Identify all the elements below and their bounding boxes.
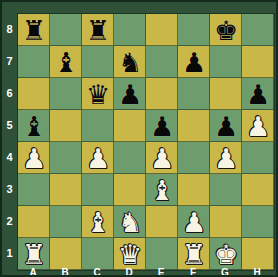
square-b7[interactable]: ♝: [50, 46, 82, 78]
square-b5[interactable]: [50, 110, 82, 142]
square-f8[interactable]: [178, 14, 210, 46]
file-label-g: G: [209, 268, 241, 277]
square-g2[interactable]: [210, 206, 242, 238]
square-c2[interactable]: ♝: [82, 206, 114, 238]
square-b8[interactable]: [50, 14, 82, 46]
square-g3[interactable]: [210, 174, 242, 206]
file-label-h: H: [241, 268, 273, 277]
square-b3[interactable]: [50, 174, 82, 206]
square-g8[interactable]: ♚: [210, 14, 242, 46]
rank-label-4: 4: [2, 141, 17, 173]
square-f3[interactable]: [178, 174, 210, 206]
rank-label-6: 6: [2, 77, 17, 109]
white-rook-icon: ♜: [22, 239, 46, 270]
white-queen-icon: ♛: [118, 239, 142, 270]
square-b4[interactable]: [50, 142, 82, 174]
square-h8[interactable]: [242, 14, 274, 46]
square-c4[interactable]: ♟: [82, 142, 114, 174]
rank-label-1: 1: [2, 237, 17, 269]
square-d5[interactable]: [114, 110, 146, 142]
black-pawn-icon: ♟: [182, 47, 206, 78]
file-label-c: C: [81, 268, 113, 277]
square-h4[interactable]: [242, 142, 274, 174]
square-f7[interactable]: ♟: [178, 46, 210, 78]
black-bishop-icon: ♝: [22, 111, 46, 142]
black-queen-icon: ♛: [86, 79, 110, 110]
square-b6[interactable]: [50, 78, 82, 110]
square-e7[interactable]: [146, 46, 178, 78]
file-label-b: B: [49, 268, 81, 277]
white-knight-icon: ♞: [118, 207, 142, 238]
black-knight-icon: ♞: [118, 47, 142, 78]
square-g4[interactable]: ♟: [210, 142, 242, 174]
square-h1[interactable]: [242, 238, 274, 270]
file-label-e: E: [145, 268, 177, 277]
square-g1[interactable]: ♚: [210, 238, 242, 270]
rank-label-5: 5: [2, 109, 17, 141]
square-d3[interactable]: [114, 174, 146, 206]
square-f4[interactable]: [178, 142, 210, 174]
square-c3[interactable]: [82, 174, 114, 206]
square-e5[interactable]: ♟: [146, 110, 178, 142]
white-pawn-icon: ♟: [214, 143, 238, 174]
file-labels: ABCDEFGH: [17, 268, 273, 277]
square-e4[interactable]: ♟: [146, 142, 178, 174]
square-b1[interactable]: [50, 238, 82, 270]
square-e3[interactable]: ♝: [146, 174, 178, 206]
white-rook-icon: ♜: [182, 239, 206, 270]
white-pawn-icon: ♟: [182, 207, 206, 238]
square-c6[interactable]: ♛: [82, 78, 114, 110]
square-a6[interactable]: [18, 78, 50, 110]
square-d4[interactable]: [114, 142, 146, 174]
white-bishop-icon: ♝: [86, 207, 110, 238]
white-bishop-icon: ♝: [150, 175, 174, 206]
square-e1[interactable]: [146, 238, 178, 270]
file-label-f: F: [177, 268, 209, 277]
rank-label-2: 2: [2, 205, 17, 237]
file-label-a: A: [17, 268, 49, 277]
rank-label-8: 8: [2, 13, 17, 45]
square-h6[interactable]: ♟: [242, 78, 274, 110]
square-c8[interactable]: ♜: [82, 14, 114, 46]
square-g6[interactable]: [210, 78, 242, 110]
black-bishop-icon: ♝: [54, 47, 78, 78]
white-pawn-icon: ♟: [246, 111, 270, 142]
square-g7[interactable]: [210, 46, 242, 78]
square-d6[interactable]: ♟: [114, 78, 146, 110]
square-b2[interactable]: [50, 206, 82, 238]
black-rook-icon: ♜: [22, 15, 46, 46]
white-pawn-icon: ♟: [22, 143, 46, 174]
square-h3[interactable]: [242, 174, 274, 206]
black-pawn-icon: ♟: [246, 79, 270, 110]
square-f5[interactable]: [178, 110, 210, 142]
square-e2[interactable]: [146, 206, 178, 238]
white-pawn-icon: ♟: [150, 143, 174, 174]
square-f2[interactable]: ♟: [178, 206, 210, 238]
square-d7[interactable]: ♞: [114, 46, 146, 78]
file-label-d: D: [113, 268, 145, 277]
chess-board-window: 87654321 ♜♜♚♝♞♟♛♟♟♝♟♟♟♟♟♟♟♝♝♞♟♜♛♜♚ ABCDE…: [0, 0, 278, 277]
square-d8[interactable]: [114, 14, 146, 46]
square-e8[interactable]: [146, 14, 178, 46]
chess-board: ♜♜♚♝♞♟♛♟♟♝♟♟♟♟♟♟♟♝♝♞♟♜♛♜♚: [17, 13, 275, 271]
square-g5[interactable]: ♟: [210, 110, 242, 142]
square-f6[interactable]: [178, 78, 210, 110]
black-pawn-icon: ♟: [214, 111, 238, 142]
square-h7[interactable]: [242, 46, 274, 78]
white-king-icon: ♚: [214, 239, 238, 270]
square-f1[interactable]: ♜: [178, 238, 210, 270]
square-a1[interactable]: ♜: [18, 238, 50, 270]
square-h2[interactable]: [242, 206, 274, 238]
square-d1[interactable]: ♛: [114, 238, 146, 270]
square-a5[interactable]: ♝: [18, 110, 50, 142]
black-pawn-icon: ♟: [118, 79, 142, 110]
square-a4[interactable]: ♟: [18, 142, 50, 174]
square-c1[interactable]: [82, 238, 114, 270]
black-king-icon: ♚: [214, 15, 238, 46]
square-d2[interactable]: ♞: [114, 206, 146, 238]
white-pawn-icon: ♟: [86, 143, 110, 174]
square-a7[interactable]: [18, 46, 50, 78]
square-a2[interactable]: [18, 206, 50, 238]
rank-label-7: 7: [2, 45, 17, 77]
square-a3[interactable]: [18, 174, 50, 206]
square-c5[interactable]: [82, 110, 114, 142]
square-c7[interactable]: [82, 46, 114, 78]
rank-labels: 87654321: [2, 13, 17, 269]
square-h5[interactable]: ♟: [242, 110, 274, 142]
black-pawn-icon: ♟: [150, 111, 174, 142]
black-rook-icon: ♜: [86, 15, 110, 46]
square-a8[interactable]: ♜: [18, 14, 50, 46]
rank-label-3: 3: [2, 173, 17, 205]
square-e6[interactable]: [146, 78, 178, 110]
